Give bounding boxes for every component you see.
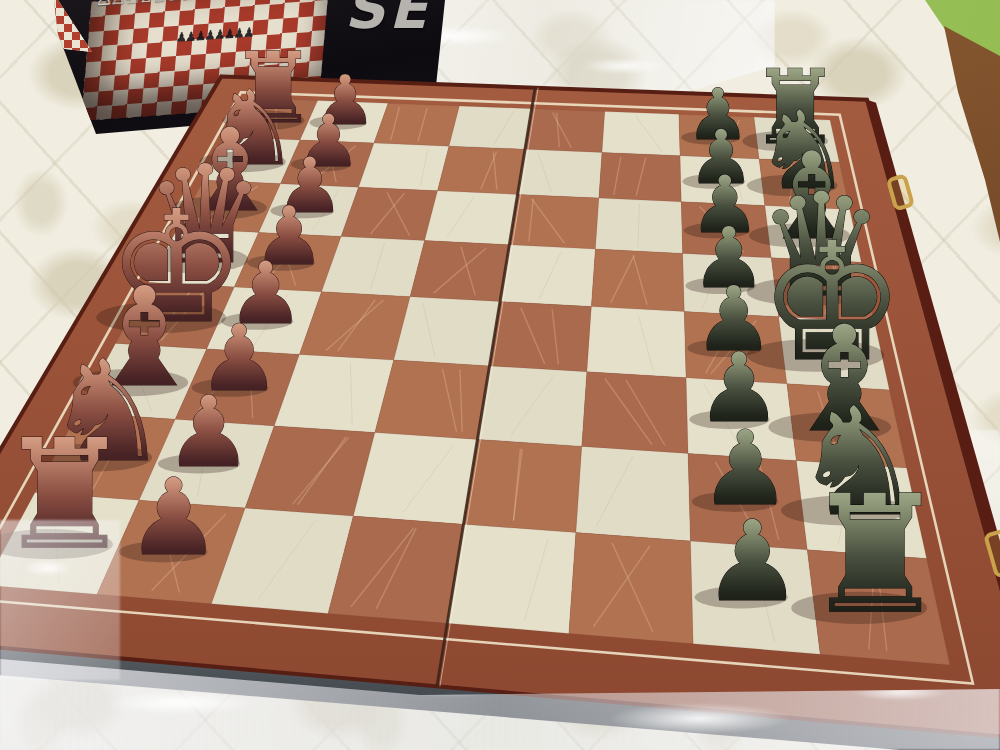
piece-white-pawn-h2[interactable]: ♟ <box>126 456 221 579</box>
square-h5[interactable] <box>447 524 576 633</box>
square-d6[interactable] <box>591 249 684 312</box>
square-e4[interactable] <box>394 297 500 366</box>
plastic-wrap-bottom-left <box>0 520 120 680</box>
square-g5[interactable] <box>464 439 582 532</box>
scene: ♙♖♘♗♕♔♗♘♖♙♙ ♟♟♟♟♟♟♟♟ SE ♜♟♟♜♞♟♟♞♝♟♟♝♛♟♟♛… <box>0 0 1000 750</box>
square-f6[interactable] <box>582 372 688 454</box>
square-f4[interactable] <box>375 360 490 439</box>
square-h6[interactable] <box>569 533 693 644</box>
piece-black-pawn-h7[interactable]: ♟ <box>703 497 803 626</box>
square-g4[interactable] <box>353 433 477 525</box>
piece-black-rook-h8[interactable]: ♜ <box>803 461 948 649</box>
chess-board: ♜♟♟♜♞♟♟♞♝♟♟♝♛♟♟♛♚♟♟♚♝♟♟♝♞♟♟♞♜♟♟♜ <box>0 0 1000 750</box>
square-g6[interactable] <box>576 446 691 541</box>
square-a5[interactable] <box>525 109 605 153</box>
square-e5[interactable] <box>490 302 592 372</box>
square-a6[interactable] <box>602 112 680 156</box>
square-d5[interactable] <box>500 245 595 307</box>
square-e6[interactable] <box>587 307 686 378</box>
square-a4[interactable] <box>449 106 532 149</box>
square-b3[interactable] <box>359 143 450 191</box>
square-c4[interactable] <box>425 191 518 245</box>
square-c5[interactable] <box>509 194 599 249</box>
square-a3[interactable] <box>374 103 459 146</box>
square-b5[interactable] <box>518 149 602 198</box>
